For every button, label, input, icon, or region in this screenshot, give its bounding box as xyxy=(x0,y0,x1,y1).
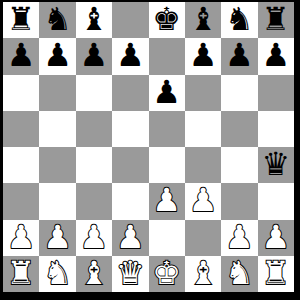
square-e3[interactable]: ♟ xyxy=(149,183,185,219)
square-d4[interactable] xyxy=(112,147,148,183)
piece-black-rook: ♜ xyxy=(7,3,36,35)
square-a4[interactable] xyxy=(3,147,39,183)
square-h8[interactable]: ♜ xyxy=(258,2,294,38)
square-f1[interactable]: ♝ xyxy=(185,256,221,292)
square-g3[interactable] xyxy=(221,183,257,219)
square-c7[interactable]: ♟ xyxy=(76,38,112,74)
square-g8[interactable]: ♞ xyxy=(221,2,257,38)
piece-white-pawn: ♟ xyxy=(43,221,72,253)
square-d6[interactable] xyxy=(112,75,148,111)
square-a7[interactable]: ♟ xyxy=(3,38,39,74)
square-g7[interactable]: ♟ xyxy=(221,38,257,74)
square-e1[interactable]: ♚ xyxy=(149,256,185,292)
piece-white-pawn: ♟ xyxy=(261,221,290,253)
square-e8[interactable]: ♚ xyxy=(149,2,185,38)
square-b6[interactable] xyxy=(39,75,75,111)
piece-white-bishop: ♝ xyxy=(80,257,109,289)
square-d8[interactable] xyxy=(112,2,148,38)
piece-white-bishop: ♝ xyxy=(189,257,218,289)
piece-black-queen: ♛ xyxy=(261,148,290,180)
square-d1[interactable]: ♛ xyxy=(112,256,148,292)
square-c6[interactable] xyxy=(76,75,112,111)
piece-white-pawn: ♟ xyxy=(116,221,145,253)
square-b3[interactable] xyxy=(39,183,75,219)
square-e5[interactable] xyxy=(149,111,185,147)
square-h4[interactable]: ♛ xyxy=(258,147,294,183)
piece-black-pawn: ♟ xyxy=(189,39,218,71)
square-b2[interactable]: ♟ xyxy=(39,220,75,256)
square-g5[interactable] xyxy=(221,111,257,147)
piece-black-pawn: ♟ xyxy=(43,39,72,71)
piece-white-rook: ♜ xyxy=(7,257,36,289)
square-b8[interactable]: ♞ xyxy=(39,2,75,38)
square-g2[interactable]: ♟ xyxy=(221,220,257,256)
square-c4[interactable] xyxy=(76,147,112,183)
square-d2[interactable]: ♟ xyxy=(112,220,148,256)
square-c2[interactable]: ♟ xyxy=(76,220,112,256)
square-f4[interactable] xyxy=(185,147,221,183)
square-c5[interactable] xyxy=(76,111,112,147)
square-f2[interactable] xyxy=(185,220,221,256)
piece-black-pawn: ♟ xyxy=(261,39,290,71)
piece-black-bishop: ♝ xyxy=(189,3,218,35)
square-b7[interactable]: ♟ xyxy=(39,38,75,74)
square-e2[interactable] xyxy=(149,220,185,256)
piece-white-king: ♚ xyxy=(152,257,181,289)
square-h6[interactable] xyxy=(258,75,294,111)
square-c8[interactable]: ♝ xyxy=(76,2,112,38)
square-f3[interactable]: ♟ xyxy=(185,183,221,219)
square-f8[interactable]: ♝ xyxy=(185,2,221,38)
piece-white-pawn: ♟ xyxy=(225,221,254,253)
square-a5[interactable] xyxy=(3,111,39,147)
square-c1[interactable]: ♝ xyxy=(76,256,112,292)
square-g6[interactable] xyxy=(221,75,257,111)
piece-black-pawn: ♟ xyxy=(225,39,254,71)
square-h7[interactable]: ♟ xyxy=(258,38,294,74)
square-a2[interactable]: ♟ xyxy=(3,220,39,256)
piece-white-knight: ♞ xyxy=(43,257,72,289)
piece-black-knight: ♞ xyxy=(43,3,72,35)
piece-white-pawn: ♟ xyxy=(189,184,218,216)
piece-black-king: ♚ xyxy=(152,3,181,35)
square-b4[interactable] xyxy=(39,147,75,183)
square-a1[interactable]: ♜ xyxy=(3,256,39,292)
square-h5[interactable] xyxy=(258,111,294,147)
piece-white-pawn: ♟ xyxy=(80,221,109,253)
square-d7[interactable]: ♟ xyxy=(112,38,148,74)
square-h3[interactable] xyxy=(258,183,294,219)
piece-white-rook: ♜ xyxy=(261,257,290,289)
piece-black-rook: ♜ xyxy=(261,3,290,35)
board-frame: ♜♞♝♚♝♞♜♟♟♟♟♟♟♟♟♛♟♟♟♟♟♟♟♟♜♞♝♛♚♝♞♜ xyxy=(0,0,300,300)
square-h1[interactable]: ♜ xyxy=(258,256,294,292)
piece-black-pawn: ♟ xyxy=(80,39,109,71)
piece-black-pawn: ♟ xyxy=(7,39,36,71)
piece-black-bishop: ♝ xyxy=(80,3,109,35)
square-g1[interactable]: ♞ xyxy=(221,256,257,292)
square-f6[interactable] xyxy=(185,75,221,111)
piece-black-pawn: ♟ xyxy=(152,76,181,108)
square-e6[interactable]: ♟ xyxy=(149,75,185,111)
square-b5[interactable] xyxy=(39,111,75,147)
piece-black-knight: ♞ xyxy=(225,3,254,35)
piece-white-pawn: ♟ xyxy=(7,221,36,253)
square-f5[interactable] xyxy=(185,111,221,147)
square-d3[interactable] xyxy=(112,183,148,219)
square-b1[interactable]: ♞ xyxy=(39,256,75,292)
square-h2[interactable]: ♟ xyxy=(258,220,294,256)
chess-board: ♜♞♝♚♝♞♜♟♟♟♟♟♟♟♟♛♟♟♟♟♟♟♟♟♜♞♝♛♚♝♞♜ xyxy=(3,2,294,292)
square-a8[interactable]: ♜ xyxy=(3,2,39,38)
piece-black-pawn: ♟ xyxy=(116,39,145,71)
square-d5[interactable] xyxy=(112,111,148,147)
square-a6[interactable] xyxy=(3,75,39,111)
square-a3[interactable] xyxy=(3,183,39,219)
square-e4[interactable] xyxy=(149,147,185,183)
square-e7[interactable] xyxy=(149,38,185,74)
piece-white-knight: ♞ xyxy=(225,257,254,289)
piece-white-pawn: ♟ xyxy=(152,184,181,216)
square-c3[interactable] xyxy=(76,183,112,219)
piece-white-queen: ♛ xyxy=(116,257,145,289)
square-f7[interactable]: ♟ xyxy=(185,38,221,74)
square-g4[interactable] xyxy=(221,147,257,183)
